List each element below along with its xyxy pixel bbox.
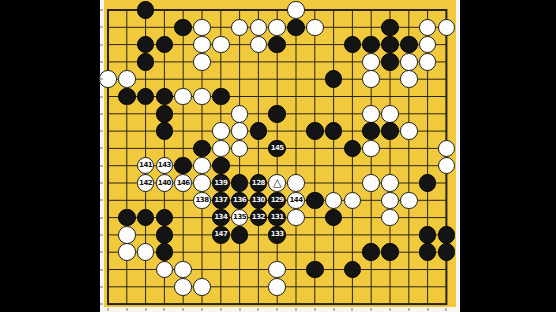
white-stone[interactable]: [174, 261, 192, 279]
white-stone[interactable]: [193, 174, 211, 192]
white-stone[interactable]: [268, 19, 286, 37]
move-number: 128: [252, 180, 265, 187]
col-tick: [201, 308, 203, 311]
white-stone[interactable]: [287, 1, 305, 19]
white-stone[interactable]: [212, 140, 230, 158]
numbered-stone-133[interactable]: 133: [268, 226, 286, 244]
black-stone[interactable]: [419, 226, 437, 244]
col-tick: [427, 308, 429, 311]
numbered-stone-142[interactable]: 142: [137, 174, 155, 192]
white-stone[interactable]: [231, 105, 249, 123]
move-number: 144: [289, 197, 302, 204]
white-stone[interactable]: [400, 53, 418, 71]
white-stone[interactable]: [231, 122, 249, 140]
row-tick: [100, 147, 103, 149]
numbered-stone-128[interactable]: 128: [250, 174, 268, 192]
col-tick: [295, 308, 297, 311]
white-stone[interactable]: [193, 53, 211, 71]
move-number: 133: [271, 231, 284, 238]
black-stone[interactable]: [325, 122, 343, 140]
black-stone[interactable]: [118, 209, 136, 227]
row-tick: [100, 303, 103, 305]
white-stone[interactable]: [381, 105, 399, 123]
black-stone[interactable]: [231, 174, 249, 192]
move-number: 145: [271, 145, 284, 152]
white-stone[interactable]: [118, 70, 136, 88]
white-stone[interactable]: [193, 36, 211, 54]
col-tick: [126, 308, 128, 311]
row-tick: [100, 269, 103, 271]
white-stone[interactable]: [193, 278, 211, 296]
row-tick: [100, 96, 103, 98]
black-stone[interactable]: [438, 226, 456, 244]
black-stone[interactable]: [268, 105, 286, 123]
white-stone[interactable]: [400, 122, 418, 140]
numbered-stone-138[interactable]: 138: [193, 192, 211, 210]
col-tick: [163, 308, 165, 311]
col-tick: [276, 308, 278, 311]
white-stone[interactable]: [193, 157, 211, 175]
move-number: 134: [214, 214, 227, 221]
numbered-stone-139[interactable]: 139: [212, 174, 230, 192]
move-number: 140: [158, 180, 171, 187]
row-tick: [100, 217, 103, 219]
black-stone[interactable]: [156, 243, 174, 261]
white-stone[interactable]: [362, 53, 380, 71]
screenshot-canvas: 145141143142140146139128△138137136130129…: [0, 0, 556, 312]
row-tick: [100, 26, 103, 28]
black-stone[interactable]: [419, 174, 437, 192]
black-stone[interactable]: [156, 226, 174, 244]
white-stone[interactable]: [419, 53, 437, 71]
black-stone[interactable]: [193, 140, 211, 158]
col-tick: [445, 308, 447, 311]
white-stone[interactable]: [381, 209, 399, 227]
triangle-mark: △: [273, 177, 281, 188]
row-tick: [100, 251, 103, 253]
black-stone[interactable]: [212, 157, 230, 175]
row-tick: [100, 61, 103, 63]
black-stone[interactable]: [362, 122, 380, 140]
white-stone[interactable]: [174, 278, 192, 296]
move-number: 146: [177, 180, 190, 187]
white-stone[interactable]: [344, 192, 362, 210]
black-stone[interactable]: [250, 122, 268, 140]
diagram-page: 145141143142140146139128△138137136130129…: [100, 0, 460, 312]
black-stone[interactable]: [381, 53, 399, 71]
row-tick: [100, 113, 103, 115]
go-board[interactable]: 145141143142140146139128△138137136130129…: [104, 0, 456, 307]
move-number: 147: [214, 231, 227, 238]
black-stone[interactable]: [118, 88, 136, 106]
move-number: 135: [233, 214, 246, 221]
black-stone[interactable]: [137, 53, 155, 71]
move-number: 136: [233, 197, 246, 204]
white-stone[interactable]: [362, 140, 380, 158]
move-number: 137: [214, 197, 227, 204]
numbered-stone-134[interactable]: 134: [212, 209, 230, 227]
row-tick: [100, 9, 103, 11]
white-stone[interactable]: [193, 88, 211, 106]
white-stone[interactable]: [212, 36, 230, 54]
numbered-stone-145[interactable]: 145: [268, 140, 286, 158]
white-stone[interactable]: [118, 243, 136, 261]
move-number: 129: [271, 197, 284, 204]
triangle-marked-stone[interactable]: △: [268, 174, 286, 192]
numbered-stone-147[interactable]: 147: [212, 226, 230, 244]
black-stone[interactable]: [381, 19, 399, 37]
move-number: 131: [271, 214, 284, 221]
white-stone[interactable]: [118, 226, 136, 244]
numbered-stone-129[interactable]: 129: [268, 192, 286, 210]
white-stone[interactable]: [212, 122, 230, 140]
numbered-stone-146[interactable]: 146: [174, 174, 192, 192]
black-stone[interactable]: [306, 122, 324, 140]
col-tick: [145, 308, 147, 311]
col-tick: [333, 308, 335, 311]
white-stone[interactable]: [250, 19, 268, 37]
col-tick: [408, 308, 410, 311]
white-stone[interactable]: [400, 192, 418, 210]
black-stone[interactable]: [287, 19, 305, 37]
row-tick: [100, 165, 103, 167]
white-stone[interactable]: [381, 192, 399, 210]
black-stone[interactable]: [174, 19, 192, 37]
black-stone[interactable]: [137, 1, 155, 19]
white-stone[interactable]: [268, 261, 286, 279]
col-tick: [370, 308, 372, 311]
white-stone[interactable]: [362, 70, 380, 88]
black-stone[interactable]: [306, 192, 324, 210]
col-tick: [314, 308, 316, 311]
white-stone[interactable]: [306, 19, 324, 37]
black-stone[interactable]: [381, 36, 399, 54]
white-stone[interactable]: [362, 174, 380, 192]
white-stone[interactable]: [268, 278, 286, 296]
numbered-stone-130[interactable]: 130: [250, 192, 268, 210]
col-tick: [239, 308, 241, 311]
black-stone[interactable]: [362, 243, 380, 261]
row-tick: [100, 182, 103, 184]
black-stone[interactable]: [400, 36, 418, 54]
col-tick: [220, 308, 222, 311]
row-tick: [100, 199, 103, 201]
move-number: 138: [195, 197, 208, 204]
white-stone[interactable]: [381, 174, 399, 192]
move-number: 130: [252, 197, 265, 204]
move-number: 139: [214, 180, 227, 187]
row-tick: [100, 234, 103, 236]
move-number: 142: [139, 180, 152, 187]
white-stone[interactable]: [287, 209, 305, 227]
col-tick: [389, 308, 391, 311]
black-stone[interactable]: [231, 226, 249, 244]
row-tick: [100, 44, 103, 46]
white-stone[interactable]: [287, 174, 305, 192]
black-stone[interactable]: [438, 243, 456, 261]
col-tick: [351, 308, 353, 311]
white-stone[interactable]: [400, 70, 418, 88]
numbered-stone-144[interactable]: 144: [287, 192, 305, 210]
white-stone[interactable]: [174, 88, 192, 106]
move-number: 132: [252, 214, 265, 221]
black-stone[interactable]: [381, 122, 399, 140]
black-stone[interactable]: [156, 122, 174, 140]
black-stone[interactable]: [306, 261, 324, 279]
row-tick: [100, 286, 103, 288]
row-tick: [100, 78, 103, 80]
black-stone[interactable]: [212, 88, 230, 106]
col-tick: [107, 308, 109, 311]
col-tick: [257, 308, 259, 311]
col-tick: [182, 308, 184, 311]
numbered-stone-137[interactable]: 137: [212, 192, 230, 210]
black-stone[interactable]: [381, 243, 399, 261]
white-stone[interactable]: [438, 19, 456, 37]
move-number: 141: [139, 162, 152, 169]
move-number: 143: [158, 162, 171, 169]
black-stone[interactable]: [156, 105, 174, 123]
white-stone[interactable]: [193, 19, 211, 37]
row-tick: [100, 130, 103, 132]
white-stone[interactable]: [362, 105, 380, 123]
numbered-stone-140[interactable]: 140: [156, 174, 174, 192]
